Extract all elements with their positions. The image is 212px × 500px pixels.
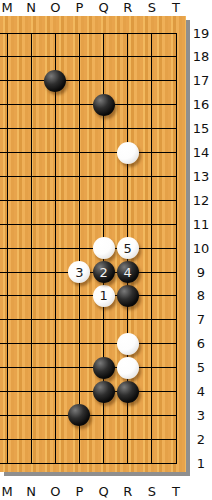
row-label-7: 7 [191, 310, 211, 330]
row-label-11: 11 [191, 214, 211, 234]
stone-Q16[interactable] [93, 94, 115, 116]
grid-line-row-2 [0, 439, 177, 440]
stone-O17[interactable] [44, 70, 66, 92]
grid-line-row-16 [0, 104, 177, 105]
column-label-top-O: O [43, 0, 67, 15]
grid-line-row-13 [0, 176, 177, 177]
move-number: 1 [99, 289, 107, 302]
stone-Q9-move-2[interactable]: 2 [93, 261, 115, 283]
row-label-3: 3 [191, 405, 211, 425]
grid-line-row-6 [0, 343, 177, 344]
column-label-top-P: P [67, 0, 91, 15]
row-label-15: 15 [191, 119, 211, 139]
stone-Q4[interactable] [93, 381, 115, 403]
row-label-9: 9 [191, 262, 211, 282]
column-label-bottom-S: S [140, 482, 164, 500]
grid-line-row-7 [0, 319, 177, 320]
grid-line-row-4 [0, 391, 177, 392]
grid-line-row-11 [0, 224, 177, 225]
grid-line-row-14 [0, 152, 177, 153]
row-label-13: 13 [191, 166, 211, 186]
move-number: 2 [99, 266, 107, 279]
stone-R8[interactable] [117, 285, 139, 307]
stone-R6[interactable] [117, 333, 139, 355]
row-label-18: 18 [191, 47, 211, 67]
row-label-6: 6 [191, 334, 211, 354]
grid-line-row-8 [0, 295, 177, 296]
row-label-12: 12 [191, 190, 211, 210]
grid-line-row-5 [0, 367, 177, 368]
stone-R10-move-5[interactable]: 5 [117, 237, 139, 259]
grid-line-row-19 [0, 33, 177, 34]
row-label-2: 2 [191, 429, 211, 449]
stone-Q10[interactable] [93, 237, 115, 259]
row-label-14: 14 [191, 143, 211, 163]
row-label-4: 4 [191, 382, 211, 402]
move-number: 3 [75, 266, 83, 279]
grid-line-row-15 [0, 128, 177, 129]
column-label-bottom-T: T [164, 482, 188, 500]
stone-R5[interactable] [117, 357, 139, 379]
column-label-top-T: T [164, 0, 188, 15]
move-number: 4 [124, 266, 132, 279]
column-label-top-N: N [19, 0, 43, 15]
column-label-top-M: M [0, 0, 19, 15]
row-label-1: 1 [191, 453, 211, 473]
column-label-top-S: S [140, 0, 164, 15]
stone-Q8-move-1[interactable]: 1 [93, 285, 115, 307]
row-label-5: 5 [191, 358, 211, 378]
column-label-bottom-R: R [116, 482, 140, 500]
row-label-8: 8 [191, 286, 211, 306]
column-label-bottom-N: N [19, 482, 43, 500]
stone-Q5[interactable] [93, 357, 115, 379]
move-number: 5 [124, 242, 132, 255]
row-label-17: 17 [191, 71, 211, 91]
grid-line-row-10 [0, 248, 177, 249]
stone-R9-move-4[interactable]: 4 [117, 261, 139, 283]
column-label-bottom-Q: Q [92, 482, 116, 500]
column-label-top-Q: Q [92, 0, 116, 15]
stone-R4[interactable] [117, 381, 139, 403]
stone-R14[interactable] [117, 142, 139, 164]
row-label-10: 10 [191, 238, 211, 258]
grid-line-row-17 [0, 80, 177, 81]
grid-line-row-1 [0, 463, 177, 464]
column-label-top-R: R [116, 0, 140, 15]
row-label-16: 16 [191, 95, 211, 115]
grid-line-row-18 [0, 56, 177, 57]
grid-line-row-12 [0, 200, 177, 201]
column-label-bottom-M: M [0, 482, 19, 500]
column-label-bottom-P: P [67, 482, 91, 500]
column-label-bottom-O: O [43, 482, 67, 500]
row-label-19: 19 [191, 23, 211, 43]
go-diagram: 12345 MNOPQRST MNOPQRST 1918171615141312… [0, 0, 212, 500]
